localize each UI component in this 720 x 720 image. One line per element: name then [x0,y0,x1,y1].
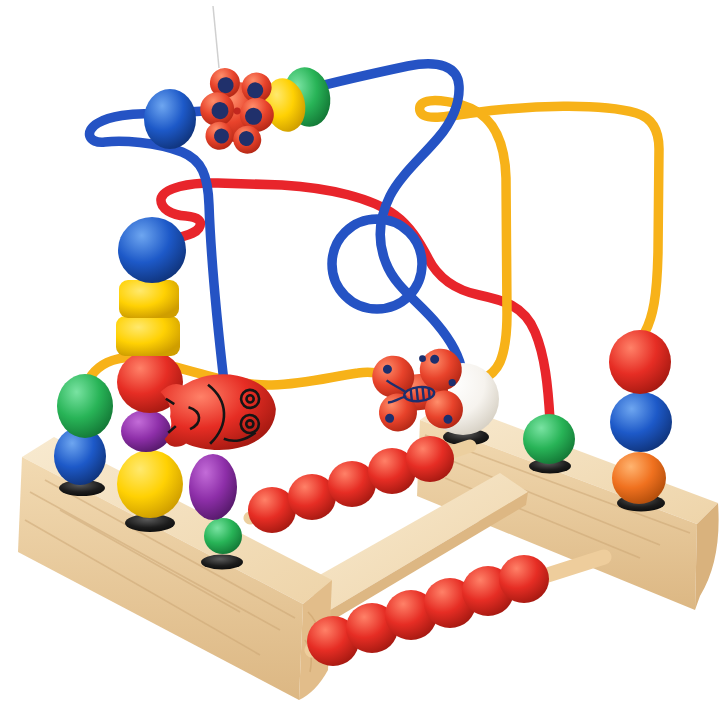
blue-sphere-bead [144,89,196,149]
orange-bead [612,452,666,504]
abacus-bead [406,436,454,482]
tall-bead-column [116,217,186,532]
photo-canvas [0,0,720,720]
green-anchor-bead [523,414,575,464]
purple-bead [121,410,171,452]
red-bead [609,330,671,394]
bead-maze-toy [0,0,720,720]
abacus-bead [499,555,549,603]
yellow-bead [117,450,183,518]
green-bead [57,374,113,438]
purple-bead [189,454,237,520]
right-bead-column [609,330,672,512]
top-wire-bead-group [144,63,336,157]
fish-column-mount [201,555,243,570]
blue-sphere-bead [118,217,186,283]
blue-bead [610,392,672,452]
yellow-cube-bead [116,316,180,356]
green-bead [204,518,242,554]
yellow-cube-bead [119,280,179,318]
hanging-thread [213,6,219,68]
ladybug-flower-bead [195,65,280,157]
